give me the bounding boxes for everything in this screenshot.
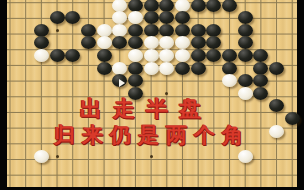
- black-stone: [238, 11, 253, 24]
- black-stone: [144, 0, 159, 12]
- star-point: [56, 155, 59, 158]
- black-stone: [238, 24, 253, 37]
- black-stone: [253, 62, 268, 75]
- black-stone: [65, 49, 80, 62]
- white-stone: [128, 49, 143, 62]
- black-stone: [128, 0, 143, 12]
- caption-line-2: 归来仍是两个角: [7, 124, 297, 145]
- white-stone: [34, 150, 49, 163]
- star-point: [150, 155, 153, 158]
- black-stone: [191, 49, 206, 62]
- white-stone: [97, 24, 112, 37]
- white-stone: [128, 11, 143, 24]
- black-stone: [191, 0, 206, 12]
- black-stone: [175, 24, 190, 37]
- white-stone: [159, 62, 174, 75]
- black-stone: [50, 11, 65, 24]
- black-stone: [191, 62, 206, 75]
- black-stone: [34, 24, 49, 37]
- go-board: [7, 0, 297, 187]
- black-stone: [128, 24, 143, 37]
- star-point: [56, 29, 59, 32]
- black-stone: [97, 62, 112, 75]
- black-stone: [159, 0, 174, 12]
- black-stone: [206, 0, 221, 12]
- black-stone: [238, 49, 253, 62]
- white-stone: [97, 36, 112, 49]
- last-move-triangle-marker: [119, 79, 125, 87]
- black-stone: [191, 24, 206, 37]
- black-stone: [206, 24, 221, 37]
- black-stone: [81, 24, 96, 37]
- white-stone: [34, 49, 49, 62]
- black-stone: [144, 11, 159, 24]
- white-stone: [238, 150, 253, 163]
- black-stone: [159, 24, 174, 37]
- black-stone: [50, 49, 65, 62]
- white-stone: [144, 36, 159, 49]
- video-frame: 出走半盘 归来仍是两个角: [0, 0, 304, 190]
- white-stone: [144, 49, 159, 62]
- white-stone: [175, 49, 190, 62]
- black-stone: [144, 24, 159, 37]
- black-stone: [238, 74, 253, 87]
- black-stone: [97, 49, 112, 62]
- black-stone: [175, 11, 190, 24]
- white-stone: [144, 62, 159, 75]
- black-stone: [128, 62, 143, 75]
- black-stone: [175, 62, 190, 75]
- white-stone: [112, 62, 127, 75]
- white-stone: [112, 24, 127, 37]
- black-stone: [222, 49, 237, 62]
- black-stone: [269, 62, 284, 75]
- black-stone: [128, 74, 143, 87]
- white-stone: [112, 0, 127, 12]
- caption-line-1: 出走半盘: [1, 97, 291, 119]
- black-stone: [238, 36, 253, 49]
- black-stone: [191, 36, 206, 49]
- white-stone: [175, 0, 190, 12]
- black-stone: [222, 0, 237, 12]
- black-stone: [222, 62, 237, 75]
